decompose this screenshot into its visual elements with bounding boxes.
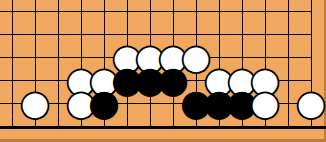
grid-line-horizontal [0,11,312,12]
white-stone[interactable]: ● [24,92,47,115]
board-edge-line [0,126,326,129]
go-board[interactable]: ●●●●●●●●●●●●●●●●●●●● [0,0,326,142]
stone-glyph: ● [89,86,120,121]
stone-glyph: ● [296,86,326,121]
grid-line-vertical [12,0,13,129]
black-stone[interactable]: ● [93,92,116,115]
white-stone[interactable]: ● [254,92,277,115]
white-stone[interactable]: ● [300,92,323,115]
grid-line-vertical [288,0,289,129]
stone-glyph: ● [20,86,51,121]
grid-line-horizontal [0,34,312,35]
stone-glyph: ● [250,86,281,121]
grid-line-vertical [58,0,59,129]
